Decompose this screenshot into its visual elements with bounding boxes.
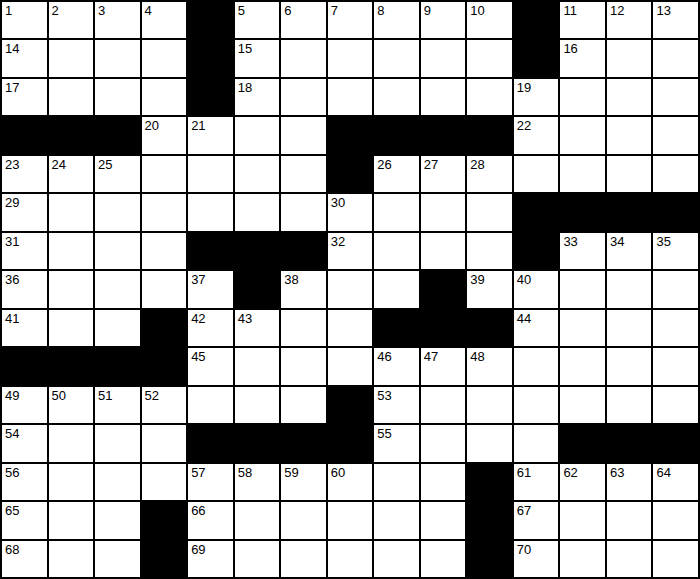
clue-number-45: 45	[191, 349, 205, 364]
white-cell-r9c7[interactable]	[281, 310, 326, 346]
white-cell-r4c5[interactable]: 21	[188, 117, 233, 153]
black-square-r12c8	[328, 425, 373, 461]
white-cell-r2c8[interactable]	[328, 40, 373, 76]
white-cell-r11c4[interactable]: 52	[142, 387, 187, 423]
clue-number-47: 47	[424, 349, 438, 364]
clue-number-9: 9	[424, 3, 431, 18]
white-cell-r10c6[interactable]	[235, 348, 280, 384]
clue-number-66: 66	[191, 503, 205, 518]
black-square-r1c5	[188, 2, 233, 38]
white-cell-r3c11[interactable]	[467, 79, 512, 115]
clue-number-35: 35	[656, 234, 670, 249]
clue-number-33: 33	[563, 234, 577, 249]
white-cell-r6c2[interactable]	[49, 194, 94, 230]
white-cell-r2c14[interactable]	[607, 40, 652, 76]
clue-number-60: 60	[331, 465, 345, 480]
white-cell-r5c9[interactable]: 26	[374, 156, 419, 192]
white-cell-r15c13[interactable]	[560, 541, 605, 577]
white-cell-r2c1[interactable]: 14	[2, 40, 47, 76]
clue-number-63: 63	[610, 465, 624, 480]
white-cell-r10c14[interactable]	[607, 348, 652, 384]
white-cell-r1c11[interactable]: 10	[467, 2, 512, 38]
clue-number-5: 5	[238, 3, 245, 18]
white-cell-r8c3[interactable]	[95, 271, 140, 307]
white-cell-r2c4[interactable]	[142, 40, 187, 76]
black-square-r12c6	[235, 425, 280, 461]
white-cell-r5c13[interactable]	[560, 156, 605, 192]
clue-number-52: 52	[145, 388, 159, 403]
white-cell-r10c7[interactable]	[281, 348, 326, 384]
white-cell-r11c13[interactable]	[560, 387, 605, 423]
white-cell-r14c1[interactable]: 65	[2, 502, 47, 538]
clue-number-22: 22	[517, 118, 531, 133]
clue-number-17: 17	[5, 80, 19, 95]
white-cell-r3c8[interactable]	[328, 79, 373, 115]
white-cell-r10c9[interactable]: 46	[374, 348, 419, 384]
white-cell-r1c9[interactable]: 8	[374, 2, 419, 38]
white-cell-r14c2[interactable]	[49, 502, 94, 538]
white-cell-r1c10[interactable]: 9	[421, 2, 466, 38]
clue-number-4: 4	[145, 3, 152, 18]
white-cell-r11c1[interactable]: 49	[2, 387, 47, 423]
black-square-r4c8	[328, 117, 373, 153]
white-cell-r15c1[interactable]: 68	[2, 541, 47, 577]
white-cell-r5c5[interactable]	[188, 156, 233, 192]
white-cell-r12c2[interactable]	[49, 425, 94, 461]
clue-number-14: 14	[5, 41, 19, 56]
white-cell-r7c8[interactable]: 32	[328, 233, 373, 269]
white-cell-r14c14[interactable]	[607, 502, 652, 538]
white-cell-r1c3[interactable]: 3	[95, 2, 140, 38]
white-cell-r8c9[interactable]	[374, 271, 419, 307]
black-square-r7c6	[235, 233, 280, 269]
clue-number-12: 12	[610, 3, 624, 18]
clue-number-34: 34	[610, 234, 624, 249]
white-cell-r12c4[interactable]	[142, 425, 187, 461]
clue-number-10: 10	[470, 3, 484, 18]
clue-number-8: 8	[377, 3, 384, 18]
white-cell-r7c2[interactable]	[49, 233, 94, 269]
clue-number-62: 62	[563, 465, 577, 480]
black-square-r9c10	[421, 310, 466, 346]
black-square-r7c5	[188, 233, 233, 269]
black-square-r14c4	[142, 502, 187, 538]
white-cell-r6c11[interactable]	[467, 194, 512, 230]
clue-number-18: 18	[238, 80, 252, 95]
black-square-r3c5	[188, 79, 233, 115]
white-cell-r11c9[interactable]: 53	[374, 387, 419, 423]
white-cell-r14c12[interactable]: 67	[514, 502, 559, 538]
white-cell-r14c8[interactable]	[328, 502, 373, 538]
clue-number-25: 25	[98, 157, 112, 172]
clue-number-44: 44	[517, 311, 531, 326]
clue-number-11: 11	[563, 3, 577, 18]
white-cell-r3c9[interactable]	[374, 79, 419, 115]
black-square-r7c7	[281, 233, 326, 269]
white-cell-r11c2[interactable]: 50	[49, 387, 94, 423]
white-cell-r1c6[interactable]: 5	[235, 2, 280, 38]
white-cell-r15c8[interactable]	[328, 541, 373, 577]
black-square-r9c11	[467, 310, 512, 346]
clue-number-58: 58	[238, 465, 252, 480]
black-square-r10c3	[95, 348, 140, 384]
clue-number-2: 2	[52, 3, 59, 18]
white-cell-r2c7[interactable]	[281, 40, 326, 76]
white-cell-r8c1[interactable]: 36	[2, 271, 47, 307]
white-cell-r5c14[interactable]	[607, 156, 652, 192]
clue-number-20: 20	[145, 118, 159, 133]
black-square-r8c6	[235, 271, 280, 307]
clue-number-54: 54	[5, 426, 19, 441]
white-cell-r11c7[interactable]	[281, 387, 326, 423]
black-square-r4c1	[2, 117, 47, 153]
white-cell-r13c15[interactable]: 64	[653, 464, 698, 500]
black-square-r12c7	[281, 425, 326, 461]
white-cell-r5c4[interactable]	[142, 156, 187, 192]
white-cell-r13c7[interactable]: 59	[281, 464, 326, 500]
white-cell-r1c13[interactable]: 11	[560, 2, 605, 38]
clue-number-37: 37	[191, 272, 205, 287]
white-cell-r1c1[interactable]: 1	[2, 2, 47, 38]
white-cell-r8c7[interactable]: 38	[281, 271, 326, 307]
clue-number-1: 1	[5, 3, 12, 18]
white-cell-r9c12[interactable]: 44	[514, 310, 559, 346]
white-cell-r1c8[interactable]: 7	[328, 2, 373, 38]
white-cell-r7c4[interactable]	[142, 233, 187, 269]
clue-number-42: 42	[191, 311, 205, 326]
black-square-r4c3	[95, 117, 140, 153]
white-cell-r15c15[interactable]	[653, 541, 698, 577]
clue-number-57: 57	[191, 465, 205, 480]
white-cell-r14c3[interactable]	[95, 502, 140, 538]
clue-number-69: 69	[191, 542, 205, 557]
black-square-r12c14	[607, 425, 652, 461]
white-cell-r5c12[interactable]	[514, 156, 559, 192]
white-cell-r8c13[interactable]	[560, 271, 605, 307]
black-square-r13c11	[467, 464, 512, 500]
white-cell-r11c6[interactable]	[235, 387, 280, 423]
white-cell-r1c14[interactable]: 12	[607, 2, 652, 38]
white-cell-r1c4[interactable]: 4	[142, 2, 187, 38]
black-square-r12c15	[653, 425, 698, 461]
white-cell-r14c7[interactable]	[281, 502, 326, 538]
black-square-r4c9	[374, 117, 419, 153]
white-cell-r15c7[interactable]	[281, 541, 326, 577]
white-cell-r11c15[interactable]	[653, 387, 698, 423]
clue-number-31: 31	[5, 234, 19, 249]
white-cell-r6c3[interactable]	[95, 194, 140, 230]
black-square-r10c2	[49, 348, 94, 384]
white-cell-r1c15[interactable]: 13	[653, 2, 698, 38]
clue-number-32: 32	[331, 234, 345, 249]
white-cell-r15c10[interactable]	[421, 541, 466, 577]
white-cell-r10c5[interactable]: 45	[188, 348, 233, 384]
white-cell-r10c10[interactable]: 47	[421, 348, 466, 384]
clue-number-38: 38	[284, 272, 298, 287]
white-cell-r6c4[interactable]	[142, 194, 187, 230]
white-cell-r12c10[interactable]	[421, 425, 466, 461]
white-cell-r4c14[interactable]	[607, 117, 652, 153]
white-cell-r12c11[interactable]	[467, 425, 512, 461]
white-cell-r7c11[interactable]	[467, 233, 512, 269]
white-cell-r5c11[interactable]: 28	[467, 156, 512, 192]
white-cell-r13c10[interactable]	[421, 464, 466, 500]
clue-number-26: 26	[377, 157, 391, 172]
white-cell-r13c1[interactable]: 56	[2, 464, 47, 500]
black-square-r6c12	[514, 194, 559, 230]
white-cell-r8c8[interactable]	[328, 271, 373, 307]
clue-number-67: 67	[517, 503, 531, 518]
white-cell-r10c13[interactable]	[560, 348, 605, 384]
white-cell-r3c12[interactable]: 19	[514, 79, 559, 115]
white-cell-r3c3[interactable]	[95, 79, 140, 115]
crossword-grid: 1234567891011121314151617181920212223242…	[0, 0, 700, 579]
white-cell-r9c5[interactable]: 42	[188, 310, 233, 346]
white-cell-r13c13[interactable]: 62	[560, 464, 605, 500]
white-cell-r2c9[interactable]	[374, 40, 419, 76]
white-cell-r14c9[interactable]	[374, 502, 419, 538]
white-cell-r12c12[interactable]	[514, 425, 559, 461]
white-cell-r8c4[interactable]	[142, 271, 187, 307]
black-square-r4c10	[421, 117, 466, 153]
white-cell-r3c15[interactable]	[653, 79, 698, 115]
clue-number-30: 30	[331, 195, 345, 210]
clue-number-50: 50	[52, 388, 66, 403]
white-cell-r11c3[interactable]: 51	[95, 387, 140, 423]
clue-number-70: 70	[517, 542, 531, 557]
clue-number-56: 56	[5, 465, 19, 480]
white-cell-r12c1[interactable]: 54	[2, 425, 47, 461]
white-cell-r5c15[interactable]	[653, 156, 698, 192]
white-cell-r3c14[interactable]	[607, 79, 652, 115]
clue-number-68: 68	[5, 542, 19, 557]
white-cell-r12c9[interactable]: 55	[374, 425, 419, 461]
white-cell-r15c5[interactable]: 69	[188, 541, 233, 577]
white-cell-r11c5[interactable]	[188, 387, 233, 423]
clue-number-28: 28	[470, 157, 484, 172]
clue-number-15: 15	[238, 41, 252, 56]
white-cell-r7c14[interactable]: 34	[607, 233, 652, 269]
white-cell-r3c1[interactable]: 17	[2, 79, 47, 115]
black-square-r6c15	[653, 194, 698, 230]
black-square-r2c5	[188, 40, 233, 76]
white-cell-r7c13[interactable]: 33	[560, 233, 605, 269]
white-cell-r3c4[interactable]	[142, 79, 187, 115]
black-square-r15c11	[467, 541, 512, 577]
white-cell-r14c6[interactable]	[235, 502, 280, 538]
white-cell-r9c6[interactable]: 43	[235, 310, 280, 346]
white-cell-r9c8[interactable]	[328, 310, 373, 346]
white-cell-r13c8[interactable]: 60	[328, 464, 373, 500]
clue-number-40: 40	[517, 272, 531, 287]
clue-number-49: 49	[5, 388, 19, 403]
white-cell-r5c1[interactable]: 23	[2, 156, 47, 192]
clue-number-27: 27	[424, 157, 438, 172]
white-cell-r8c15[interactable]	[653, 271, 698, 307]
white-cell-r4c6[interactable]	[235, 117, 280, 153]
black-square-r5c8	[328, 156, 373, 192]
white-cell-r11c11[interactable]	[467, 387, 512, 423]
white-cell-r6c9[interactable]	[374, 194, 419, 230]
clue-number-23: 23	[5, 157, 19, 172]
white-cell-r4c12[interactable]: 22	[514, 117, 559, 153]
white-cell-r6c6[interactable]	[235, 194, 280, 230]
white-cell-r9c1[interactable]: 41	[2, 310, 47, 346]
clue-number-16: 16	[563, 41, 577, 56]
clue-number-19: 19	[517, 80, 531, 95]
white-cell-r15c2[interactable]	[49, 541, 94, 577]
black-square-r15c4	[142, 541, 187, 577]
white-cell-r2c13[interactable]: 16	[560, 40, 605, 76]
white-cell-r13c3[interactable]	[95, 464, 140, 500]
white-cell-r9c14[interactable]	[607, 310, 652, 346]
black-square-r4c2	[49, 117, 94, 153]
white-cell-r15c14[interactable]	[607, 541, 652, 577]
clue-number-6: 6	[284, 3, 291, 18]
black-square-r4c11	[467, 117, 512, 153]
white-cell-r11c10[interactable]	[421, 387, 466, 423]
white-cell-r14c10[interactable]	[421, 502, 466, 538]
black-square-r9c9	[374, 310, 419, 346]
white-cell-r15c9[interactable]	[374, 541, 419, 577]
clue-number-55: 55	[377, 426, 391, 441]
white-cell-r10c8[interactable]	[328, 348, 373, 384]
white-cell-r4c15[interactable]	[653, 117, 698, 153]
white-cell-r6c7[interactable]	[281, 194, 326, 230]
white-cell-r2c2[interactable]	[49, 40, 94, 76]
white-cell-r11c14[interactable]	[607, 387, 652, 423]
black-square-r2c12	[514, 40, 559, 76]
clue-number-64: 64	[656, 465, 670, 480]
white-cell-r5c6[interactable]	[235, 156, 280, 192]
clue-number-51: 51	[98, 388, 112, 403]
white-cell-r6c5[interactable]	[188, 194, 233, 230]
clue-number-61: 61	[517, 465, 531, 480]
white-cell-r8c14[interactable]	[607, 271, 652, 307]
white-cell-r10c12[interactable]	[514, 348, 559, 384]
white-cell-r7c3[interactable]	[95, 233, 140, 269]
white-cell-r5c10[interactable]: 27	[421, 156, 466, 192]
black-square-r6c14	[607, 194, 652, 230]
white-cell-r5c7[interactable]	[281, 156, 326, 192]
clue-number-36: 36	[5, 272, 19, 287]
white-cell-r2c3[interactable]	[95, 40, 140, 76]
white-cell-r8c2[interactable]	[49, 271, 94, 307]
black-square-r11c8	[328, 387, 373, 423]
clue-number-29: 29	[5, 195, 19, 210]
white-cell-r3c10[interactable]	[421, 79, 466, 115]
clue-number-7: 7	[331, 3, 338, 18]
white-cell-r8c11[interactable]: 39	[467, 271, 512, 307]
white-cell-r13c14[interactable]: 63	[607, 464, 652, 500]
white-cell-r3c13[interactable]	[560, 79, 605, 115]
white-cell-r7c1[interactable]: 31	[2, 233, 47, 269]
white-cell-r7c9[interactable]	[374, 233, 419, 269]
clue-number-24: 24	[52, 157, 66, 172]
black-square-r12c5	[188, 425, 233, 461]
black-square-r8c10	[421, 271, 466, 307]
white-cell-r7c10[interactable]	[421, 233, 466, 269]
black-square-r10c4	[142, 348, 187, 384]
white-cell-r8c12[interactable]: 40	[514, 271, 559, 307]
white-cell-r9c15[interactable]	[653, 310, 698, 346]
white-cell-r13c12[interactable]: 61	[514, 464, 559, 500]
white-cell-r13c2[interactable]	[49, 464, 94, 500]
white-cell-r1c7[interactable]: 6	[281, 2, 326, 38]
clue-number-65: 65	[5, 503, 19, 518]
black-square-r14c11	[467, 502, 512, 538]
white-cell-r2c15[interactable]	[653, 40, 698, 76]
white-cell-r3c6[interactable]: 18	[235, 79, 280, 115]
crossword-puzzle: 1234567891011121314151617181920212223242…	[0, 0, 700, 579]
clue-number-43: 43	[238, 311, 252, 326]
white-cell-r8c5[interactable]: 37	[188, 271, 233, 307]
white-cell-r2c11[interactable]	[467, 40, 512, 76]
white-cell-r15c6[interactable]	[235, 541, 280, 577]
white-cell-r6c8[interactable]: 30	[328, 194, 373, 230]
white-cell-r13c4[interactable]	[142, 464, 187, 500]
white-cell-r9c2[interactable]	[49, 310, 94, 346]
white-cell-r4c7[interactable]	[281, 117, 326, 153]
black-square-r12c13	[560, 425, 605, 461]
black-square-r10c1	[2, 348, 47, 384]
white-cell-r4c4[interactable]: 20	[142, 117, 187, 153]
clue-number-53: 53	[377, 388, 391, 403]
white-cell-r12c3[interactable]	[95, 425, 140, 461]
white-cell-r5c2[interactable]: 24	[49, 156, 94, 192]
white-cell-r13c9[interactable]	[374, 464, 419, 500]
white-cell-r14c13[interactable]	[560, 502, 605, 538]
white-cell-r3c7[interactable]	[281, 79, 326, 115]
white-cell-r2c10[interactable]	[421, 40, 466, 76]
white-cell-r10c11[interactable]: 48	[467, 348, 512, 384]
white-cell-r7c15[interactable]: 35	[653, 233, 698, 269]
white-cell-r1c2[interactable]: 2	[49, 2, 94, 38]
white-cell-r13c5[interactable]: 57	[188, 464, 233, 500]
white-cell-r4c13[interactable]	[560, 117, 605, 153]
white-cell-r14c15[interactable]	[653, 502, 698, 538]
clue-number-21: 21	[191, 118, 205, 133]
white-cell-r3c2[interactable]	[49, 79, 94, 115]
clue-number-46: 46	[377, 349, 391, 364]
white-cell-r14c5[interactable]: 66	[188, 502, 233, 538]
clue-number-13: 13	[656, 3, 670, 18]
white-cell-r6c1[interactable]: 29	[2, 194, 47, 230]
white-cell-r10c15[interactable]	[653, 348, 698, 384]
white-cell-r13c6[interactable]: 58	[235, 464, 280, 500]
white-cell-r2c6[interactable]: 15	[235, 40, 280, 76]
clue-number-41: 41	[5, 311, 19, 326]
white-cell-r9c3[interactable]	[95, 310, 140, 346]
black-square-r6c13	[560, 194, 605, 230]
clue-number-3: 3	[98, 3, 105, 18]
white-cell-r11c12[interactable]	[514, 387, 559, 423]
clue-number-59: 59	[284, 465, 298, 480]
clue-number-48: 48	[470, 349, 484, 364]
black-square-r7c12	[514, 233, 559, 269]
clue-number-39: 39	[470, 272, 484, 287]
white-cell-r15c3[interactable]	[95, 541, 140, 577]
white-cell-r6c10[interactable]	[421, 194, 466, 230]
white-cell-r15c12[interactable]: 70	[514, 541, 559, 577]
white-cell-r9c13[interactable]	[560, 310, 605, 346]
white-cell-r5c3[interactable]: 25	[95, 156, 140, 192]
black-square-r9c4	[142, 310, 187, 346]
black-square-r1c12	[514, 2, 559, 38]
